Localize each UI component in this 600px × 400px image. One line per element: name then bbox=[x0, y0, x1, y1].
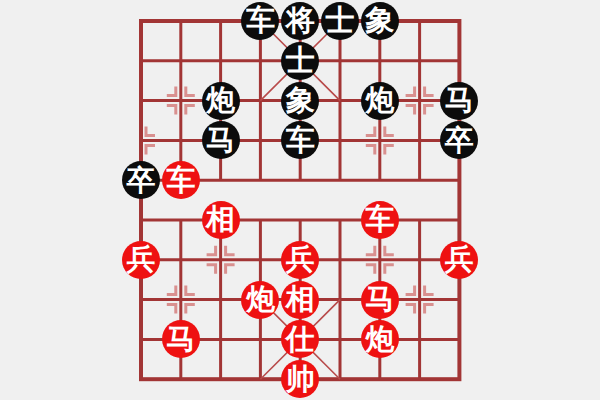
piece-black-horse-c8r2[interactable]: 马 bbox=[440, 82, 478, 120]
piece-red-cannon-c6r8[interactable]: 炮 bbox=[361, 320, 399, 358]
board-point-c3r9[interactable] bbox=[240, 359, 280, 399]
piece-black-elephant-c6r0[interactable]: 象 bbox=[361, 2, 399, 40]
pieces-layer: 车将士象士炮象炮马马车卒卒车相车兵兵兵炮相马马仕炮帅 bbox=[121, 1, 479, 399]
piece-red-elephant-c2r5[interactable]: 相 bbox=[202, 201, 240, 239]
piece-black-chariot-c4r3[interactable]: 车 bbox=[281, 121, 319, 159]
board-point-c5r1[interactable] bbox=[320, 41, 360, 81]
board-point-c0r8[interactable] bbox=[121, 319, 161, 359]
board-point-c1r9[interactable] bbox=[161, 359, 201, 399]
board-point-c0r1[interactable] bbox=[121, 41, 161, 81]
board-point-c7r7[interactable] bbox=[400, 280, 440, 320]
board-point-c0r0[interactable] bbox=[121, 1, 161, 41]
piece-red-soldier-c0r6[interactable]: 兵 bbox=[122, 241, 160, 279]
board-point-c0r5[interactable] bbox=[121, 200, 161, 240]
board-point-c5r7[interactable] bbox=[320, 280, 360, 320]
piece-red-horse-c1r8[interactable]: 马 bbox=[162, 320, 200, 358]
board-point-c7r8[interactable] bbox=[400, 319, 440, 359]
board-point-c3r6[interactable] bbox=[240, 240, 280, 280]
board-point-c1r7[interactable] bbox=[161, 280, 201, 320]
board-point-c3r3[interactable] bbox=[240, 120, 280, 160]
board-point-c1r3[interactable] bbox=[161, 120, 201, 160]
board-point-c6r3[interactable] bbox=[360, 120, 400, 160]
piece-red-cannon-c3r7[interactable]: 炮 bbox=[241, 281, 279, 319]
board-point-c0r2[interactable] bbox=[121, 81, 161, 121]
piece-red-elephant-c4r7[interactable]: 相 bbox=[281, 281, 319, 319]
board-point-c2r0[interactable] bbox=[201, 1, 241, 41]
piece-black-cannon-c6r2[interactable]: 炮 bbox=[361, 82, 399, 120]
board-point-c1r2[interactable] bbox=[161, 81, 201, 121]
piece-red-horse-c6r7[interactable]: 马 bbox=[361, 281, 399, 319]
board-point-c0r3[interactable] bbox=[121, 120, 161, 160]
board-point-c8r7[interactable] bbox=[439, 280, 479, 320]
piece-black-elephant-c4r2[interactable]: 象 bbox=[281, 82, 319, 120]
board-point-c1r1[interactable] bbox=[161, 41, 201, 81]
board-point-c5r9[interactable] bbox=[320, 359, 360, 399]
board-point-c0r7[interactable] bbox=[121, 280, 161, 320]
board-point-c8r9[interactable] bbox=[439, 359, 479, 399]
board-point-c3r5[interactable] bbox=[240, 200, 280, 240]
board-point-c8r1[interactable] bbox=[439, 41, 479, 81]
board-point-c5r8[interactable] bbox=[320, 319, 360, 359]
board-point-c7r4[interactable] bbox=[400, 160, 440, 200]
board-point-c5r2[interactable] bbox=[320, 81, 360, 121]
board-point-c2r6[interactable] bbox=[201, 240, 241, 280]
piece-black-advisor-c5r0[interactable]: 士 bbox=[321, 2, 359, 40]
piece-black-soldier-c0r4[interactable]: 卒 bbox=[122, 161, 160, 199]
board-point-c7r9[interactable] bbox=[400, 359, 440, 399]
board-point-c7r2[interactable] bbox=[400, 81, 440, 121]
board-point-c3r4[interactable] bbox=[240, 160, 280, 200]
piece-black-chariot-c3r0[interactable]: 车 bbox=[241, 2, 279, 40]
board-point-c7r6[interactable] bbox=[400, 240, 440, 280]
board-point-c2r8[interactable] bbox=[201, 319, 241, 359]
board-point-c7r3[interactable] bbox=[400, 120, 440, 160]
board-point-c6r6[interactable] bbox=[360, 240, 400, 280]
piece-red-general-c4r9[interactable]: 帅 bbox=[281, 360, 319, 398]
piece-black-horse-c2r3[interactable]: 马 bbox=[202, 121, 240, 159]
board-point-c2r4[interactable] bbox=[201, 160, 241, 200]
board-point-c1r0[interactable] bbox=[161, 1, 201, 41]
board-point-c2r9[interactable] bbox=[201, 359, 241, 399]
board-point-c6r1[interactable] bbox=[360, 41, 400, 81]
board-point-c3r8[interactable] bbox=[240, 319, 280, 359]
board-point-c4r4[interactable] bbox=[280, 160, 320, 200]
piece-red-chariot-c1r4[interactable]: 车 bbox=[162, 161, 200, 199]
board-point-c1r5[interactable] bbox=[161, 200, 201, 240]
board-point-c8r8[interactable] bbox=[439, 319, 479, 359]
board-point-c5r3[interactable] bbox=[320, 120, 360, 160]
board-point-c8r0[interactable] bbox=[439, 1, 479, 41]
board-point-c6r9[interactable] bbox=[360, 359, 400, 399]
board-point-c0r9[interactable] bbox=[121, 359, 161, 399]
piece-black-soldier-c8r3[interactable]: 卒 bbox=[440, 121, 478, 159]
board-point-c8r4[interactable] bbox=[439, 160, 479, 200]
board-point-c3r1[interactable] bbox=[240, 41, 280, 81]
piece-black-general-c4r0[interactable]: 将 bbox=[281, 2, 319, 40]
piece-red-chariot-c6r5[interactable]: 车 bbox=[361, 201, 399, 239]
board-point-c7r1[interactable] bbox=[400, 41, 440, 81]
board-point-c5r4[interactable] bbox=[320, 160, 360, 200]
piece-black-cannon-c2r2[interactable]: 炮 bbox=[202, 82, 240, 120]
piece-black-advisor-c4r1[interactable]: 士 bbox=[281, 42, 319, 80]
board-point-c6r4[interactable] bbox=[360, 160, 400, 200]
board-point-c2r1[interactable] bbox=[201, 41, 241, 81]
board-point-c2r7[interactable] bbox=[201, 280, 241, 320]
piece-red-soldier-c8r6[interactable]: 兵 bbox=[440, 241, 478, 279]
piece-red-advisor-c4r8[interactable]: 仕 bbox=[281, 320, 319, 358]
board-point-c5r5[interactable] bbox=[320, 200, 360, 240]
board-point-c5r6[interactable] bbox=[320, 240, 360, 280]
board-point-c8r5[interactable] bbox=[439, 200, 479, 240]
board-point-c4r5[interactable] bbox=[280, 200, 320, 240]
board-point-c3r2[interactable] bbox=[240, 81, 280, 121]
xiangqi-board: 车将士象士炮象炮马马车卒卒车相车兵兵兵炮相马马仕炮帅 bbox=[0, 0, 600, 400]
board-point-c7r0[interactable] bbox=[400, 1, 440, 41]
board-point-c1r6[interactable] bbox=[161, 240, 201, 280]
piece-red-soldier-c4r6[interactable]: 兵 bbox=[281, 241, 319, 279]
board-point-c7r5[interactable] bbox=[400, 200, 440, 240]
